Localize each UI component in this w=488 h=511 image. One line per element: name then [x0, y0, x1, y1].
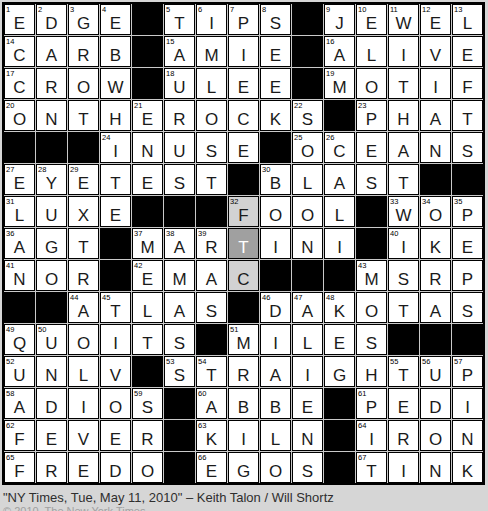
grid-cell-r10c5[interactable]: L — [132, 292, 163, 323]
cell-letter: T — [366, 463, 376, 480]
grid-cell-r8c2[interactable]: G — [36, 228, 67, 259]
grid-cell-r13c15[interactable]: I — [452, 388, 483, 419]
clue-number: 58 — [6, 389, 14, 398]
grid-cell-r9c12[interactable]: 43M — [356, 260, 387, 291]
clue-number: 42 — [134, 261, 142, 270]
grid-cell-r4c3[interactable]: T — [68, 100, 99, 131]
grid-cell-r6c6[interactable]: S — [164, 164, 195, 195]
grid-cell-r9c15[interactable]: P — [452, 260, 483, 291]
cell-letter: H — [109, 111, 121, 128]
grid-cell-r4c5[interactable]: 21E — [132, 100, 163, 131]
grid-cell-r15c1[interactable]: 65F — [4, 452, 35, 483]
grid-cell-r12c14[interactable]: 56U — [420, 356, 451, 387]
black-cell — [164, 196, 195, 227]
grid-cell-r10c10[interactable]: 47A — [292, 292, 323, 323]
grid-cell-r7c13[interactable]: 33W — [388, 196, 419, 227]
grid-cell-r10c9[interactable]: 46D — [260, 292, 291, 323]
cell-letter: O — [13, 111, 26, 128]
cell-letter: O — [365, 79, 378, 96]
cell-letter: O — [77, 79, 90, 96]
cell-letter: I — [401, 239, 406, 256]
grid-cell-r10c6[interactable]: A — [164, 292, 195, 323]
grid-cell-r8c11[interactable]: I — [324, 228, 355, 259]
clue-number: 41 — [6, 261, 14, 270]
cell-letter: L — [303, 175, 312, 192]
clue-number: 14 — [6, 37, 14, 46]
grid-cell-r14c1[interactable]: 62F — [4, 420, 35, 451]
grid-cell-r2c8[interactable]: I — [228, 36, 259, 67]
grid-cell-r6c12[interactable]: S — [356, 164, 387, 195]
grid-cell-r9c6[interactable]: M — [164, 260, 195, 291]
grid-cell-r12c6[interactable]: 53S — [164, 356, 195, 387]
grid-cell-r2c15[interactable]: E — [452, 36, 483, 67]
cell-letter: F — [14, 463, 24, 480]
cell-letter: E — [430, 15, 441, 32]
grid-cell-r3c7[interactable]: L — [196, 68, 227, 99]
grid-cell-r3c6[interactable]: 18U — [164, 68, 195, 99]
grid-cell-r15c2[interactable]: R — [36, 452, 67, 483]
grid-cell-r13c7[interactable]: 60A — [196, 388, 227, 419]
cell-letter: E — [142, 175, 153, 192]
cell-letter: E — [366, 143, 377, 160]
grid-cell-r15c12[interactable]: 67T — [356, 452, 387, 483]
black-cell — [452, 324, 483, 355]
grid-cell-r15c8[interactable]: G — [228, 452, 259, 483]
grid-cell-r11c1[interactable]: 49Q — [4, 324, 35, 355]
grid-cell-r3c1[interactable]: 17C — [4, 68, 35, 99]
grid-cell-r1c13[interactable]: 11W — [388, 4, 419, 35]
grid-cell-r7c15[interactable]: 35P — [452, 196, 483, 227]
grid-cell-r10c12[interactable]: O — [356, 292, 387, 323]
grid-cell-r12c11[interactable]: G — [324, 356, 355, 387]
cell-letter: E — [142, 271, 153, 288]
cell-letter: S — [142, 399, 153, 416]
cell-letter: N — [461, 431, 473, 448]
cell-letter: I — [241, 431, 246, 448]
grid-cell-r7c8[interactable]: 32F — [228, 196, 259, 227]
grid-cell-r1c6[interactable]: 5T — [164, 4, 195, 35]
grid-cell-r3c4[interactable]: W — [100, 68, 131, 99]
grid-cell-r5c4[interactable]: 24I — [100, 132, 131, 163]
cell-letter: E — [142, 111, 153, 128]
grid-cell-r4c2[interactable]: N — [36, 100, 67, 131]
cell-letter: O — [269, 463, 282, 480]
grid-cell-r2c11[interactable]: 16A — [324, 36, 355, 67]
cell-letter: R — [173, 111, 185, 128]
grid-cell-r10c3[interactable]: 44A — [68, 292, 99, 323]
cell-letter: N — [45, 367, 57, 384]
cell-letter: K — [430, 239, 441, 256]
grid-cell-r13c5[interactable]: 59S — [132, 388, 163, 419]
grid-cell-r13c10[interactable]: E — [292, 388, 323, 419]
grid-cell-r6c3[interactable]: 29E — [68, 164, 99, 195]
grid-cell-r6c9[interactable]: 30B — [260, 164, 291, 195]
grid-cell-r11c9[interactable]: I — [260, 324, 291, 355]
black-cell — [196, 196, 227, 227]
grid-cell-r5c8[interactable]: E — [228, 132, 259, 163]
grid-cell-r5c5[interactable]: N — [132, 132, 163, 163]
grid-cell-r8c9[interactable]: I — [260, 228, 291, 259]
cell-letter: R — [205, 239, 217, 256]
grid-cell-r15c7[interactable]: 66E — [196, 452, 227, 483]
grid-cell-r11c4[interactable]: I — [100, 324, 131, 355]
grid-cell-r9c5[interactable]: 42E — [132, 260, 163, 291]
grid-cell-r15c5[interactable]: O — [132, 452, 163, 483]
cell-letter: T — [110, 175, 120, 192]
grid-cell-r14c3[interactable]: V — [68, 420, 99, 451]
grid-cell-r1c8[interactable]: 7P — [228, 4, 259, 35]
cell-letter: T — [174, 15, 184, 32]
cell-letter: U — [429, 367, 441, 384]
cell-letter: M — [236, 335, 250, 352]
cell-letter: T — [398, 367, 408, 384]
cell-letter: E — [110, 15, 121, 32]
grid-cell-r7c4[interactable]: E — [100, 196, 131, 227]
grid-cell-r7c11[interactable]: L — [324, 196, 355, 227]
grid-cell-r14c13[interactable]: R — [388, 420, 419, 451]
grid-cell-r4c14[interactable]: A — [420, 100, 451, 131]
grid-cell-r6c10[interactable]: L — [292, 164, 323, 195]
cell-letter: K — [206, 431, 217, 448]
grid-cell-r9c8[interactable]: C — [228, 260, 259, 291]
cell-letter: S — [206, 143, 217, 160]
black-cell — [164, 452, 195, 483]
clue-number: 61 — [358, 389, 366, 398]
grid-cell-r2c14[interactable]: V — [420, 36, 451, 67]
black-cell — [36, 132, 67, 163]
grid-cell-r13c4[interactable]: O — [100, 388, 131, 419]
clue-number: 34 — [422, 197, 430, 206]
grid-cell-r1c11[interactable]: 9J — [324, 4, 355, 35]
cell-letter: C — [237, 271, 249, 288]
black-cell — [356, 228, 387, 259]
grid-cell-r12c9[interactable]: A — [260, 356, 291, 387]
grid-cell-r10c15[interactable]: S — [452, 292, 483, 323]
grid-cell-r5c11[interactable]: 26C — [324, 132, 355, 163]
grid-cell-r11c8[interactable]: 51M — [228, 324, 259, 355]
grid-cell-r3c2[interactable]: R — [36, 68, 67, 99]
grid-cell-r7c3[interactable]: X — [68, 196, 99, 227]
grid-cell-r13c2[interactable]: D — [36, 388, 67, 419]
grid-cell-r8c1[interactable]: 36A — [4, 228, 35, 259]
grid-cell-r9c3[interactable]: R — [68, 260, 99, 291]
grid-cell-r14c9[interactable]: L — [260, 420, 291, 451]
cell-letter: L — [463, 15, 472, 32]
grid-cell-r9c13[interactable]: S — [388, 260, 419, 291]
cell-letter: Y — [46, 175, 57, 192]
cell-letter: I — [273, 335, 278, 352]
grid-cell-r8c5[interactable]: 37M — [132, 228, 163, 259]
cell-letter: T — [206, 175, 216, 192]
grid-cell-r5c12[interactable]: E — [356, 132, 387, 163]
clue-number: 45 — [102, 293, 110, 302]
clue-number: 38 — [166, 229, 174, 238]
grid-cell-r11c12[interactable]: S — [356, 324, 387, 355]
grid-cell-r15c4[interactable]: D — [100, 452, 131, 483]
grid-cell-r8c7[interactable]: 39R — [196, 228, 227, 259]
cell-letter: E — [78, 463, 89, 480]
grid-cell-r2c9[interactable]: E — [260, 36, 291, 67]
grid-cell-r15c3[interactable]: E — [68, 452, 99, 483]
grid-cell-r13c13[interactable]: E — [388, 388, 419, 419]
grid-cell-r11c10[interactable]: L — [292, 324, 323, 355]
grid-cell-r12c7[interactable]: 54T — [196, 356, 227, 387]
grid-cell-r14c12[interactable]: 64I — [356, 420, 387, 451]
grid-cell-r6c5[interactable]: E — [132, 164, 163, 195]
grid-cell-r7c1[interactable]: 31L — [4, 196, 35, 227]
grid-cell-r11c6[interactable]: S — [164, 324, 195, 355]
grid-cell-r3c9[interactable]: E — [260, 68, 291, 99]
grid-cell-r7c9[interactable]: O — [260, 196, 291, 227]
grid-cell-r3c3[interactable]: O — [68, 68, 99, 99]
grid-cell-r1c12[interactable]: 10E — [356, 4, 387, 35]
grid-cell-r10c4[interactable]: 45T — [100, 292, 131, 323]
grid-cell-r6c7[interactable]: T — [196, 164, 227, 195]
grid-cell-r1c1[interactable]: 1E — [4, 4, 35, 35]
cell-letter: N — [141, 143, 153, 160]
grid-cell-r1c3[interactable]: 3G — [68, 4, 99, 35]
cell-letter: N — [429, 143, 441, 160]
grid-cell-r12c4[interactable]: V — [100, 356, 131, 387]
cell-letter: W — [395, 15, 411, 32]
grid-cell-r12c1[interactable]: 52U — [4, 356, 35, 387]
grid-cell-r5c14[interactable]: N — [420, 132, 451, 163]
grid-cell-r5c15[interactable]: S — [452, 132, 483, 163]
cell-letter: S — [270, 15, 281, 32]
grid-cell-r6c11[interactable]: A — [324, 164, 355, 195]
grid-cell-r2c2[interactable]: A — [36, 36, 67, 67]
clue-number: 25 — [294, 133, 302, 142]
grid-cell-r5c6[interactable]: U — [164, 132, 195, 163]
grid-cell-r14c10[interactable]: N — [292, 420, 323, 451]
cell-letter: S — [366, 335, 377, 352]
grid-cell-r1c14[interactable]: 12E — [420, 4, 451, 35]
grid-cell-r9c2[interactable]: O — [36, 260, 67, 291]
cell-letter: O — [45, 271, 58, 288]
cell-letter: S — [174, 175, 185, 192]
clue-number: 55 — [390, 357, 398, 366]
grid-cell-r11c2[interactable]: 50U — [36, 324, 67, 355]
grid-cell-r1c2[interactable]: 2D — [36, 4, 67, 35]
clue-number: 28 — [38, 165, 46, 174]
clue-number: 12 — [422, 5, 430, 14]
grid-cell-r14c4[interactable]: E — [100, 420, 131, 451]
grid-cell-r3c14[interactable]: I — [420, 68, 451, 99]
grid-cell-r6c1[interactable]: 27E — [4, 164, 35, 195]
grid-cell-r15c10[interactable]: S — [292, 452, 323, 483]
clue-number: 19 — [326, 69, 334, 78]
grid-cell-r4c6[interactable]: R — [164, 100, 195, 131]
grid-cell-r11c11[interactable]: E — [324, 324, 355, 355]
cell-letter: I — [273, 239, 278, 256]
grid-cell-r12c15[interactable]: 57P — [452, 356, 483, 387]
grid-cell-r1c4[interactable]: 4E — [100, 4, 131, 35]
grid-cell-r14c15[interactable]: N — [452, 420, 483, 451]
cell-letter: N — [13, 271, 25, 288]
grid-cell-r4c7[interactable]: O — [196, 100, 227, 131]
grid-cell-r8c15[interactable]: E — [452, 228, 483, 259]
grid-cell-r12c3[interactable]: L — [68, 356, 99, 387]
grid-cell-r4c13[interactable]: H — [388, 100, 419, 131]
grid-cell-r8c8[interactable]: T — [228, 228, 259, 259]
cell-letter: A — [174, 303, 185, 320]
black-cell — [4, 132, 35, 163]
grid-cell-r15c14[interactable]: N — [420, 452, 451, 483]
cell-letter: H — [365, 367, 377, 384]
grid-cell-r3c12[interactable]: O — [356, 68, 387, 99]
cell-letter: G — [77, 15, 90, 32]
grid-cell-r4c8[interactable]: C — [228, 100, 259, 131]
grid-cell-r10c13[interactable]: T — [388, 292, 419, 323]
clue-number: 3 — [70, 5, 74, 14]
clue-number: 20 — [6, 101, 14, 110]
clue-number: 40 — [390, 229, 398, 238]
grid-cell-r14c8[interactable]: I — [228, 420, 259, 451]
cell-letter: E — [110, 431, 121, 448]
grid-cell-r4c1[interactable]: 20O — [4, 100, 35, 131]
grid-cell-r2c6[interactable]: 15A — [164, 36, 195, 67]
cell-letter: O — [429, 431, 442, 448]
grid-cell-r12c2[interactable]: N — [36, 356, 67, 387]
grid-cell-r15c9[interactable]: O — [260, 452, 291, 483]
cell-letter: D — [45, 15, 57, 32]
clue-number: 39 — [198, 229, 206, 238]
grid-cell-r15c13[interactable]: I — [388, 452, 419, 483]
grid-cell-r8c10[interactable]: N — [292, 228, 323, 259]
cell-letter: W — [395, 207, 411, 224]
grid-cell-r5c13[interactable]: A — [388, 132, 419, 163]
clue-number: 17 — [6, 69, 14, 78]
grid-cell-r14c7[interactable]: 63K — [196, 420, 227, 451]
grid-cell-r4c10[interactable]: 22S — [292, 100, 323, 131]
grid-cell-r10c11[interactable]: 48K — [324, 292, 355, 323]
grid-cell-r5c7[interactable]: S — [196, 132, 227, 163]
cell-letter: I — [113, 143, 118, 160]
grid-cell-r1c9[interactable]: 8S — [260, 4, 291, 35]
grid-cell-r4c15[interactable]: T — [452, 100, 483, 131]
grid-cell-r12c13[interactable]: 55T — [388, 356, 419, 387]
cell-letter: S — [462, 143, 473, 160]
cell-letter: T — [398, 303, 408, 320]
grid-cell-r12c8[interactable]: R — [228, 356, 259, 387]
grid-cell-r4c9[interactable]: K — [260, 100, 291, 131]
grid-cell-r4c4[interactable]: H — [100, 100, 131, 131]
grid-cell-r14c14[interactable]: O — [420, 420, 451, 451]
grid-cell-r9c1[interactable]: 41N — [4, 260, 35, 291]
grid-cell-r12c12[interactable]: H — [356, 356, 387, 387]
grid-cell-r11c3[interactable]: O — [68, 324, 99, 355]
grid-cell-r13c12[interactable]: 61P — [356, 388, 387, 419]
grid-cell-r15c15[interactable]: K — [452, 452, 483, 483]
grid-cell-r4c12[interactable]: 23P — [356, 100, 387, 131]
black-cell — [132, 68, 163, 99]
cell-letter: E — [462, 47, 473, 64]
grid-cell-r8c14[interactable]: K — [420, 228, 451, 259]
cell-letter: B — [270, 399, 281, 416]
grid-cell-r8c6[interactable]: 38A — [164, 228, 195, 259]
cell-letter: R — [77, 271, 89, 288]
cell-letter: B — [110, 47, 121, 64]
grid-cell-r2c12[interactable]: L — [356, 36, 387, 67]
grid-cell-r12c10[interactable]: I — [292, 356, 323, 387]
cell-letter: L — [207, 79, 216, 96]
grid-cell-r13c1[interactable]: 58A — [4, 388, 35, 419]
grid-cell-r13c9[interactable]: B — [260, 388, 291, 419]
clue-number: 37 — [134, 229, 142, 238]
cell-letter: C — [13, 47, 25, 64]
grid-cell-r2c4[interactable]: B — [100, 36, 131, 67]
grid-cell-r13c14[interactable]: D — [420, 388, 451, 419]
black-cell — [132, 356, 163, 387]
grid-cell-r13c3[interactable]: I — [68, 388, 99, 419]
grid-cell-r5c10[interactable]: 25O — [292, 132, 323, 163]
grid-cell-r3c8[interactable]: E — [228, 68, 259, 99]
grid-cell-r2c1[interactable]: 14C — [4, 36, 35, 67]
grid-cell-r8c3[interactable]: T — [68, 228, 99, 259]
grid-cell-r3c11[interactable]: 19M — [324, 68, 355, 99]
clue-number: 13 — [454, 5, 462, 14]
cell-letter: P — [462, 367, 473, 384]
crossword-grid: 1E2D3G4E5T6I7P8S9J10E11W12E13L14CARB15AM… — [2, 2, 485, 485]
black-cell — [292, 260, 323, 291]
clue-number: 6 — [198, 5, 202, 14]
grid-cell-r9c7[interactable]: A — [196, 260, 227, 291]
grid-cell-r9c14[interactable]: R — [420, 260, 451, 291]
black-cell — [292, 4, 323, 35]
grid-cell-r10c14[interactable]: A — [420, 292, 451, 323]
grid-cell-r2c7[interactable]: M — [196, 36, 227, 67]
grid-cell-r2c3[interactable]: R — [68, 36, 99, 67]
grid-cell-r11c5[interactable]: T — [132, 324, 163, 355]
grid-cell-r2c13[interactable]: I — [388, 36, 419, 67]
grid-cell-r10c7[interactable]: S — [196, 292, 227, 323]
cell-letter: D — [45, 399, 57, 416]
cell-letter: I — [465, 399, 470, 416]
cell-letter: C — [237, 111, 249, 128]
grid-cell-r6c13[interactable]: T — [388, 164, 419, 195]
grid-cell-r14c5[interactable]: R — [132, 420, 163, 451]
grid-cell-r1c15[interactable]: 13L — [452, 4, 483, 35]
black-cell — [324, 260, 355, 291]
cell-letter: M — [140, 239, 154, 256]
grid-cell-r1c7[interactable]: 6I — [196, 4, 227, 35]
cell-letter: I — [241, 47, 246, 64]
cell-letter: K — [270, 111, 281, 128]
cell-letter: V — [110, 367, 121, 384]
clue-number: 57 — [454, 357, 462, 366]
grid-cell-r6c4[interactable]: T — [100, 164, 131, 195]
cell-letter: A — [14, 399, 25, 416]
black-cell — [100, 260, 131, 291]
cell-letter: P — [238, 15, 249, 32]
grid-cell-r8c13[interactable]: 40I — [388, 228, 419, 259]
cell-letter: I — [209, 15, 214, 32]
cell-letter: K — [334, 303, 345, 320]
cell-letter: U — [173, 143, 185, 160]
grid-cell-r3c15[interactable]: F — [452, 68, 483, 99]
grid-cell-r3c13[interactable]: T — [388, 68, 419, 99]
grid-cell-r7c2[interactable]: U — [36, 196, 67, 227]
cell-letter: M — [364, 271, 378, 288]
cell-letter: E — [270, 47, 281, 64]
cell-letter: T — [238, 239, 248, 256]
grid-cell-r7c10[interactable]: O — [292, 196, 323, 227]
grid-cell-r14c2[interactable]: E — [36, 420, 67, 451]
grid-cell-r13c8[interactable]: B — [228, 388, 259, 419]
grid-cell-r6c2[interactable]: 28Y — [36, 164, 67, 195]
grid-cell-r7c14[interactable]: 34O — [420, 196, 451, 227]
cell-letter: O — [365, 303, 378, 320]
